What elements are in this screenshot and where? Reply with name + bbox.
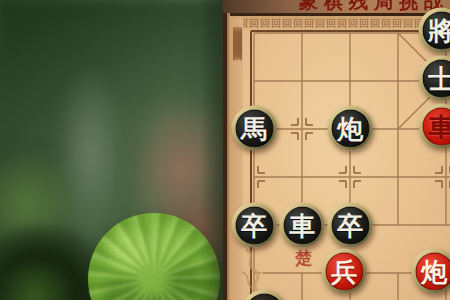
piece-glyph: 馬	[241, 115, 267, 141]
piece-glyph: 卒	[241, 212, 267, 238]
piece-face	[245, 293, 283, 300]
window-title-strip: 象棋残局挑战	[223, 0, 450, 13]
piece-red-cannon[interactable]: 炮	[412, 249, 450, 294]
piece-face: 車	[422, 107, 450, 145]
piece-glyph: 卒	[337, 212, 363, 238]
piece-face: 將	[422, 11, 450, 49]
photo-edge-shadow	[200, 0, 223, 300]
piece-face: 炮	[331, 109, 369, 147]
piece-black-soldier-a5[interactable]: 卒	[232, 203, 277, 248]
piece-black-cannon[interactable]: 炮	[328, 106, 373, 151]
river-flourish-decoration	[236, 244, 284, 296]
background-photo	[0, 0, 223, 300]
piece-glyph: 將	[428, 17, 450, 43]
piece-face: 車	[283, 206, 321, 244]
piece-glyph: 車	[428, 113, 450, 139]
piece-face: 士	[422, 59, 450, 97]
screenshot-root: 象棋残局挑战 回回回回回回回回回回回回回回回回回回回回回回回回 回回回回回回回回…	[0, 0, 450, 300]
piece-black-horse[interactable]: 馬	[232, 106, 277, 151]
board-meander-band-top: 回回回回回回回回回回回回回回回回回回回回回回回回	[227, 18, 450, 31]
piece-red-soldier[interactable]: 兵	[322, 249, 367, 294]
piece-face: 炮	[415, 252, 450, 290]
piece-glyph: 炮	[337, 115, 363, 141]
river-seal-character: 楚	[295, 247, 313, 271]
piece-glyph: 車	[289, 212, 315, 238]
piece-black-soldier-c5[interactable]: 卒	[328, 203, 373, 248]
piece-glyph: 士	[428, 65, 450, 91]
piece-glyph: 炮	[421, 258, 447, 284]
piece-glyph: 兵	[331, 258, 357, 284]
piece-face: 馬	[235, 109, 273, 147]
piece-face: 卒	[235, 206, 273, 244]
piece-face: 卒	[331, 206, 369, 244]
piece-black-chariot[interactable]: 車	[280, 203, 325, 248]
piece-face: 兵	[325, 252, 363, 290]
